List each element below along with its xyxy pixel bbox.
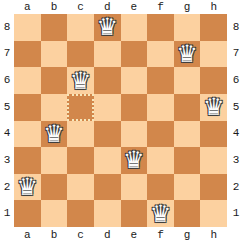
file-label-a: a xyxy=(14,0,41,14)
rank-label-5: 5 xyxy=(227,94,245,121)
rank-label-8: 8 xyxy=(227,14,245,41)
file-label-d: d xyxy=(94,0,121,14)
white-queen[interactable]: ♛ xyxy=(150,201,172,227)
rank-label-7: 7 xyxy=(227,41,245,68)
file-label-c: c xyxy=(67,227,94,243)
white-queen[interactable]: ♛ xyxy=(203,94,225,120)
file-label-c: c xyxy=(67,0,94,14)
square-a6[interactable] xyxy=(14,67,41,94)
square-b1[interactable] xyxy=(41,200,68,227)
square-b3[interactable] xyxy=(41,147,68,174)
square-c4[interactable] xyxy=(67,121,94,148)
square-e6[interactable] xyxy=(121,67,148,94)
square-f7[interactable] xyxy=(147,41,174,68)
square-d6[interactable] xyxy=(94,67,121,94)
white-queen[interactable]: ♛ xyxy=(70,68,92,94)
file-label-f: f xyxy=(147,227,174,243)
rank-label-7: 7 xyxy=(0,41,14,68)
square-f6[interactable] xyxy=(147,67,174,94)
square-f8[interactable] xyxy=(147,14,174,41)
rank-label-4: 4 xyxy=(0,121,14,148)
file-label-a: a xyxy=(14,227,41,243)
square-e1[interactable] xyxy=(121,200,148,227)
rank-label-6: 6 xyxy=(0,67,14,94)
square-b6[interactable] xyxy=(41,67,68,94)
square-d8[interactable]: ♛ xyxy=(94,14,121,41)
square-a3[interactable] xyxy=(14,147,41,174)
file-label-h: h xyxy=(200,227,227,243)
square-h8[interactable] xyxy=(200,14,227,41)
rank-label-1: 1 xyxy=(227,200,245,227)
square-c7[interactable] xyxy=(67,41,94,68)
file-label-e: e xyxy=(121,0,148,14)
square-g8[interactable] xyxy=(174,14,201,41)
file-label-h: h xyxy=(200,0,227,14)
file-label-g: g xyxy=(174,0,201,14)
square-b4[interactable]: ♛ xyxy=(41,121,68,148)
square-h4[interactable] xyxy=(200,121,227,148)
square-a4[interactable] xyxy=(14,121,41,148)
rank-label-2: 2 xyxy=(227,174,245,201)
square-d1[interactable] xyxy=(94,200,121,227)
file-label-f: f xyxy=(147,0,174,14)
corner-bottom-left xyxy=(0,227,14,243)
rank-label-8: 8 xyxy=(0,14,14,41)
rank-label-2: 2 xyxy=(0,174,14,201)
square-h5[interactable]: ♛ xyxy=(200,94,227,121)
square-d7[interactable] xyxy=(94,41,121,68)
file-label-e: e xyxy=(121,227,148,243)
square-g7[interactable]: ♛ xyxy=(174,41,201,68)
square-g1[interactable] xyxy=(174,200,201,227)
square-e8[interactable] xyxy=(121,14,148,41)
file-label-g: g xyxy=(174,227,201,243)
square-g2[interactable] xyxy=(174,174,201,201)
rank-label-5: 5 xyxy=(0,94,14,121)
rank-label-3: 3 xyxy=(227,147,245,174)
rank-label-6: 6 xyxy=(227,67,245,94)
square-g6[interactable] xyxy=(174,67,201,94)
square-f1[interactable]: ♛ xyxy=(147,200,174,227)
square-f2[interactable] xyxy=(147,174,174,201)
square-c1[interactable] xyxy=(67,200,94,227)
rank-label-1: 1 xyxy=(0,200,14,227)
square-a1[interactable] xyxy=(14,200,41,227)
file-label-b: b xyxy=(41,0,68,14)
square-c5[interactable] xyxy=(67,94,94,121)
square-h6[interactable] xyxy=(200,67,227,94)
square-d4[interactable] xyxy=(94,121,121,148)
square-f4[interactable] xyxy=(147,121,174,148)
square-c8[interactable] xyxy=(67,14,94,41)
square-d3[interactable] xyxy=(94,147,121,174)
square-b8[interactable] xyxy=(41,14,68,41)
square-d2[interactable] xyxy=(94,174,121,201)
square-h3[interactable] xyxy=(200,147,227,174)
square-e4[interactable] xyxy=(121,121,148,148)
rank-labels-right: 87654321 xyxy=(227,14,245,227)
white-queen[interactable]: ♛ xyxy=(43,121,65,147)
square-a5[interactable] xyxy=(14,94,41,121)
white-queen[interactable]: ♛ xyxy=(176,41,198,67)
file-labels-bottom: abcdefgh xyxy=(14,227,227,243)
square-f5[interactable] xyxy=(147,94,174,121)
square-h7[interactable] xyxy=(200,41,227,68)
chess-diagram: abcdefgh 87654321 ♛♛♛♛♛♛♛♛ 87654321 abcd… xyxy=(0,0,245,243)
white-queen[interactable]: ♛ xyxy=(96,14,118,40)
file-label-d: d xyxy=(94,227,121,243)
square-c6[interactable]: ♛ xyxy=(67,67,94,94)
square-a2[interactable]: ♛ xyxy=(14,174,41,201)
square-c2[interactable] xyxy=(67,174,94,201)
square-e2[interactable] xyxy=(121,174,148,201)
square-f3[interactable] xyxy=(147,147,174,174)
corner-bottom-right xyxy=(227,227,245,243)
square-e7[interactable] xyxy=(121,41,148,68)
file-labels-top: abcdefgh xyxy=(14,0,227,14)
white-queen[interactable]: ♛ xyxy=(123,147,145,173)
square-e5[interactable] xyxy=(121,94,148,121)
square-a7[interactable] xyxy=(14,41,41,68)
square-e3[interactable]: ♛ xyxy=(121,147,148,174)
rank-label-4: 4 xyxy=(227,121,245,148)
square-h2[interactable] xyxy=(200,174,227,201)
file-label-b: b xyxy=(41,227,68,243)
square-c3[interactable] xyxy=(67,147,94,174)
square-g3[interactable] xyxy=(174,147,201,174)
square-g5[interactable] xyxy=(174,94,201,121)
rank-label-3: 3 xyxy=(0,147,14,174)
square-b7[interactable] xyxy=(41,41,68,68)
square-a8[interactable] xyxy=(14,14,41,41)
rank-labels-left: 87654321 xyxy=(0,14,14,227)
white-queen[interactable]: ♛ xyxy=(17,174,39,200)
square-g4[interactable] xyxy=(174,121,201,148)
square-d5[interactable] xyxy=(94,94,121,121)
corner-top-left xyxy=(0,0,14,14)
square-h1[interactable] xyxy=(200,200,227,227)
chess-board: ♛♛♛♛♛♛♛♛ xyxy=(14,14,227,227)
square-b2[interactable] xyxy=(41,174,68,201)
square-b5[interactable] xyxy=(41,94,68,121)
corner-top-right xyxy=(227,0,245,14)
